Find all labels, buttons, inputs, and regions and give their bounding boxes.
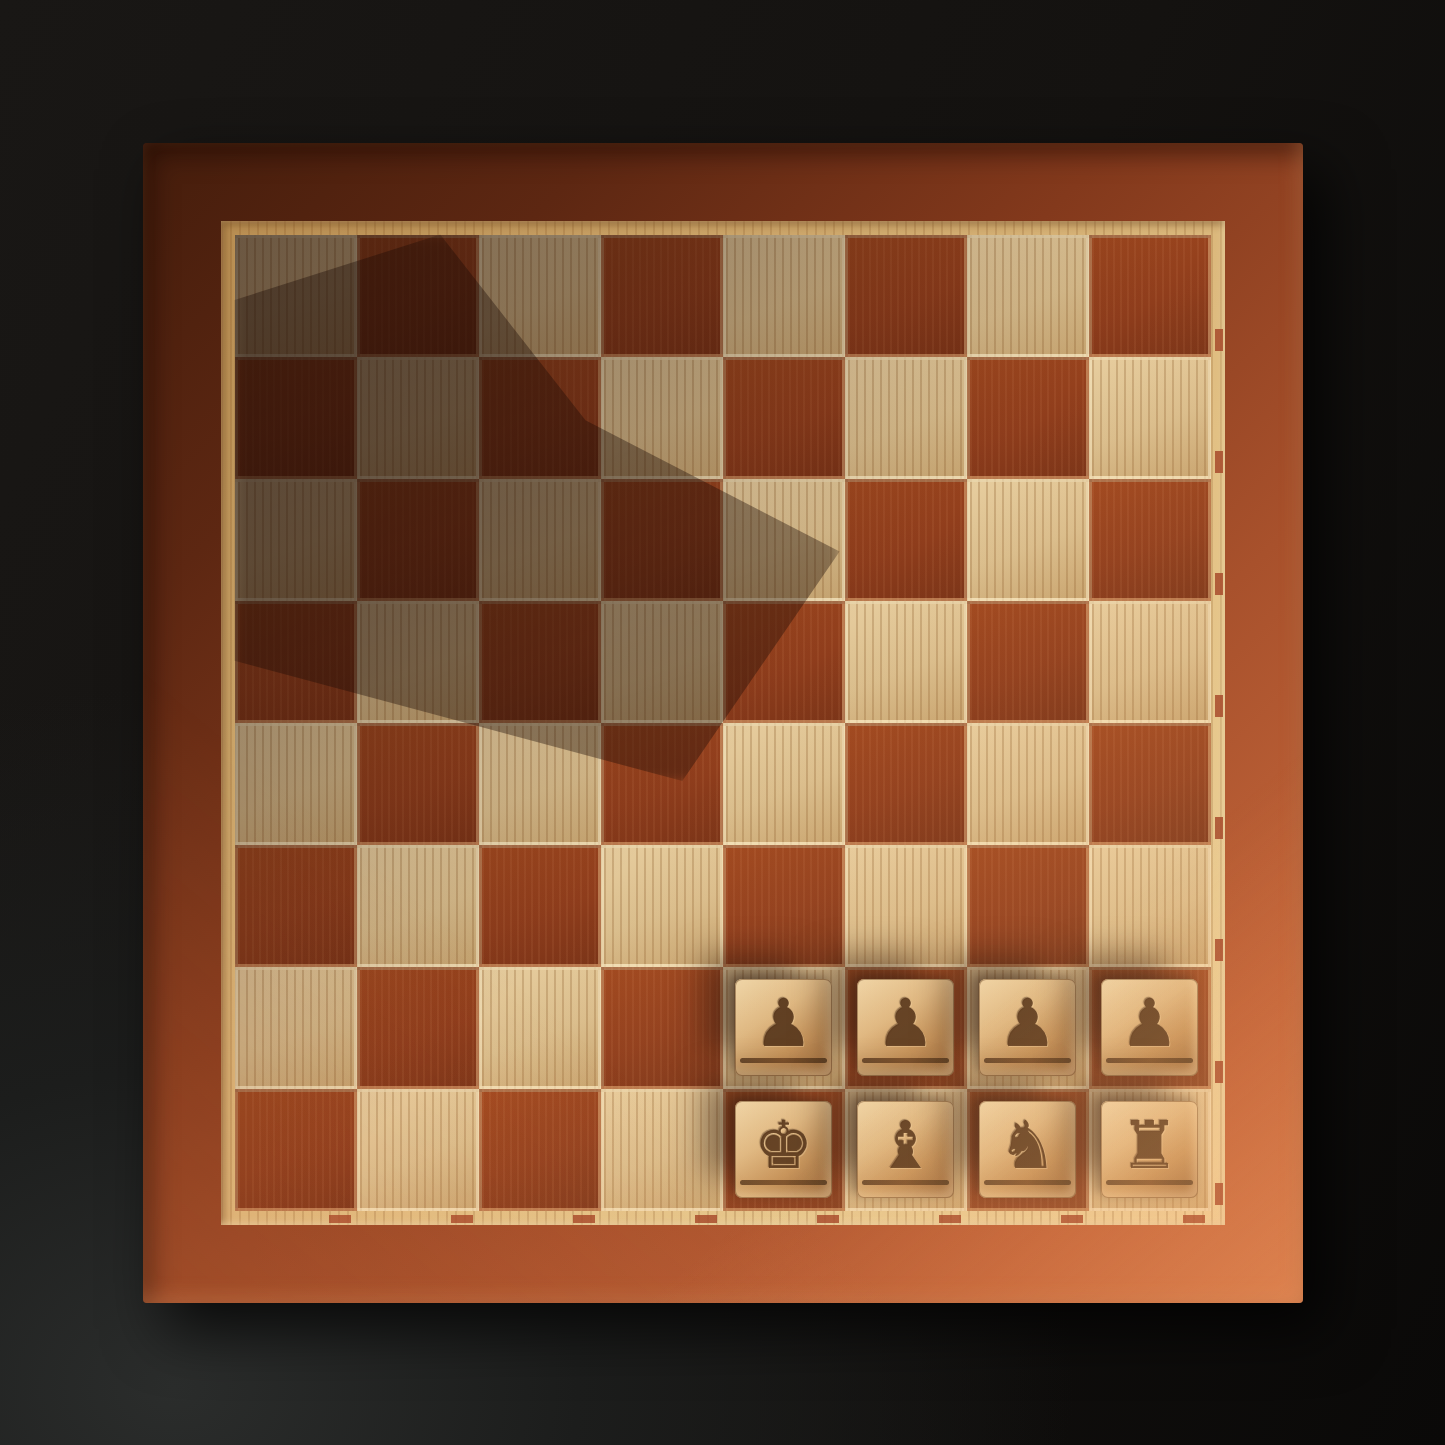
square-e1[interactable]: ♚ — [723, 1089, 845, 1211]
square-c7[interactable] — [479, 357, 601, 479]
square-g4[interactable] — [967, 723, 1089, 845]
piece-white-bishop[interactable]: ♝ — [857, 1101, 954, 1198]
square-g2[interactable]: ♟ — [967, 967, 1089, 1089]
square-h1[interactable]: ♜ — [1089, 1089, 1211, 1211]
square-b5[interactable] — [357, 601, 479, 723]
square-a4[interactable] — [235, 723, 357, 845]
scene: ♟♟♟♟♚♝♞♜ — [0, 0, 1445, 1445]
pawn-glyph: ♟ — [754, 991, 813, 1057]
square-b2[interactable] — [357, 967, 479, 1089]
square-a3[interactable] — [235, 845, 357, 967]
square-f2[interactable]: ♟ — [845, 967, 967, 1089]
square-c5[interactable] — [479, 601, 601, 723]
square-h2[interactable]: ♟ — [1089, 967, 1211, 1089]
board-grid: ♟♟♟♟♚♝♞♜ — [235, 235, 1211, 1211]
square-e3[interactable] — [723, 845, 845, 967]
square-g6[interactable] — [967, 479, 1089, 601]
square-d8[interactable] — [601, 235, 723, 357]
bishop-glyph: ♝ — [876, 1113, 935, 1179]
piece-white-rook[interactable]: ♜ — [1101, 1101, 1198, 1198]
square-e5[interactable] — [723, 601, 845, 723]
square-h7[interactable] — [1089, 357, 1211, 479]
square-a5[interactable] — [235, 601, 357, 723]
square-d3[interactable] — [601, 845, 723, 967]
square-g1[interactable]: ♞ — [967, 1089, 1089, 1211]
square-f3[interactable] — [845, 845, 967, 967]
square-h5[interactable] — [1089, 601, 1211, 723]
square-c2[interactable] — [479, 967, 601, 1089]
piece-white-king[interactable]: ♚ — [735, 1101, 832, 1198]
square-a8[interactable] — [235, 235, 357, 357]
square-a2[interactable] — [235, 967, 357, 1089]
piece-white-pawn[interactable]: ♟ — [735, 979, 832, 1076]
square-c3[interactable] — [479, 845, 601, 967]
pawn-glyph: ♟ — [1120, 991, 1179, 1057]
square-c8[interactable] — [479, 235, 601, 357]
square-a7[interactable] — [235, 357, 357, 479]
square-g5[interactable] — [967, 601, 1089, 723]
square-d6[interactable] — [601, 479, 723, 601]
square-e4[interactable] — [723, 723, 845, 845]
square-b6[interactable] — [357, 479, 479, 601]
square-e2[interactable]: ♟ — [723, 967, 845, 1089]
square-b3[interactable] — [357, 845, 479, 967]
square-d1[interactable] — [601, 1089, 723, 1211]
square-b8[interactable] — [357, 235, 479, 357]
square-d2[interactable] — [601, 967, 723, 1089]
square-b1[interactable] — [357, 1089, 479, 1211]
square-g8[interactable] — [967, 235, 1089, 357]
square-h3[interactable] — [1089, 845, 1211, 967]
square-f6[interactable] — [845, 479, 967, 601]
square-f1[interactable]: ♝ — [845, 1089, 967, 1211]
board-frame: ♟♟♟♟♚♝♞♜ — [143, 143, 1303, 1303]
square-a6[interactable] — [235, 479, 357, 601]
square-g3[interactable] — [967, 845, 1089, 967]
square-d4[interactable] — [601, 723, 723, 845]
square-f8[interactable] — [845, 235, 967, 357]
table-surface: { "game": "chess", "scene": { "descripti… — [0, 0, 1445, 1445]
square-b7[interactable] — [357, 357, 479, 479]
square-h8[interactable] — [1089, 235, 1211, 357]
square-f5[interactable] — [845, 601, 967, 723]
rook-glyph: ♜ — [1120, 1113, 1179, 1179]
piece-white-pawn[interactable]: ♟ — [1101, 979, 1198, 1076]
board-rail: ♟♟♟♟♚♝♞♜ — [221, 221, 1225, 1225]
square-h4[interactable] — [1089, 723, 1211, 845]
king-glyph: ♚ — [754, 1113, 813, 1179]
square-c6[interactable] — [479, 479, 601, 601]
pawn-glyph: ♟ — [998, 991, 1057, 1057]
square-c1[interactable] — [479, 1089, 601, 1211]
square-e7[interactable] — [723, 357, 845, 479]
piece-white-knight[interactable]: ♞ — [979, 1101, 1076, 1198]
square-a1[interactable] — [235, 1089, 357, 1211]
piece-white-pawn[interactable]: ♟ — [857, 979, 954, 1076]
square-g7[interactable] — [967, 357, 1089, 479]
pawn-glyph: ♟ — [876, 991, 935, 1057]
square-h6[interactable] — [1089, 479, 1211, 601]
square-e6[interactable] — [723, 479, 845, 601]
square-f7[interactable] — [845, 357, 967, 479]
knight-glyph: ♞ — [998, 1113, 1057, 1179]
square-b4[interactable] — [357, 723, 479, 845]
square-d5[interactable] — [601, 601, 723, 723]
square-f4[interactable] — [845, 723, 967, 845]
square-d7[interactable] — [601, 357, 723, 479]
piece-white-pawn[interactable]: ♟ — [979, 979, 1076, 1076]
square-c4[interactable] — [479, 723, 601, 845]
square-e8[interactable] — [723, 235, 845, 357]
